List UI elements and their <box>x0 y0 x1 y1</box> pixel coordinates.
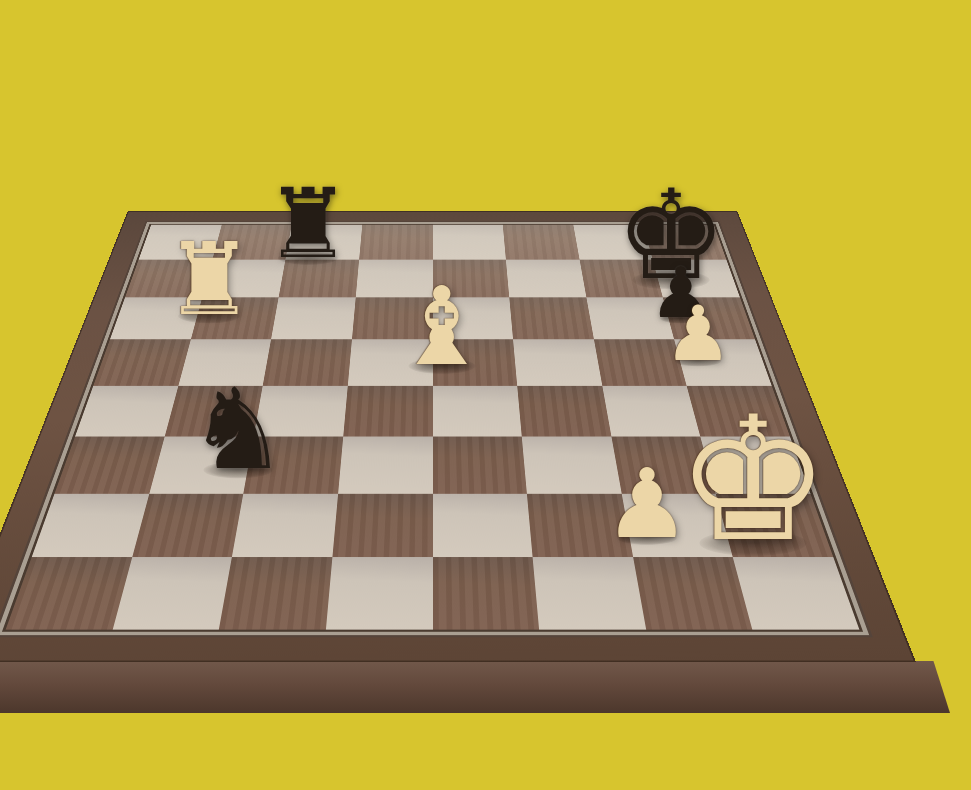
square-d3[interactable] <box>338 437 432 494</box>
board-front-edge <box>0 661 950 713</box>
white-bishop[interactable]: ♝ <box>394 273 491 381</box>
square-d8[interactable] <box>359 225 432 260</box>
square-f7[interactable] <box>506 259 586 297</box>
square-f6[interactable] <box>509 298 593 340</box>
square-e1[interactable] <box>433 557 540 629</box>
square-b2[interactable] <box>132 494 244 558</box>
square-e8[interactable] <box>433 225 506 260</box>
square-e2[interactable] <box>433 494 533 558</box>
black-rook[interactable]: ♜ <box>265 176 351 272</box>
white-king[interactable]: ♚ <box>676 394 830 566</box>
black-knight[interactable]: ♞ <box>188 373 288 485</box>
square-d4[interactable] <box>343 385 432 436</box>
square-b1[interactable] <box>112 557 232 629</box>
square-a5[interactable] <box>93 339 190 385</box>
square-a3[interactable] <box>55 437 165 494</box>
square-f5[interactable] <box>513 339 602 385</box>
square-a2[interactable] <box>32 494 149 558</box>
white-pawn[interactable]: ♟ <box>664 296 732 372</box>
square-c1[interactable] <box>219 557 332 629</box>
square-f8[interactable] <box>503 225 580 260</box>
chess-scene: ♜♚♜♟♟♝♞♟♚ <box>0 0 971 790</box>
square-c2[interactable] <box>232 494 338 558</box>
square-e3[interactable] <box>433 437 527 494</box>
square-a1[interactable] <box>6 557 132 629</box>
square-e4[interactable] <box>433 385 522 436</box>
square-a4[interactable] <box>75 385 178 436</box>
square-f1[interactable] <box>533 557 646 629</box>
square-d2[interactable] <box>332 494 432 558</box>
square-f4[interactable] <box>517 385 611 436</box>
square-d1[interactable] <box>326 557 433 629</box>
square-c6[interactable] <box>271 298 355 340</box>
white-rook[interactable]: ♜ <box>164 230 254 330</box>
